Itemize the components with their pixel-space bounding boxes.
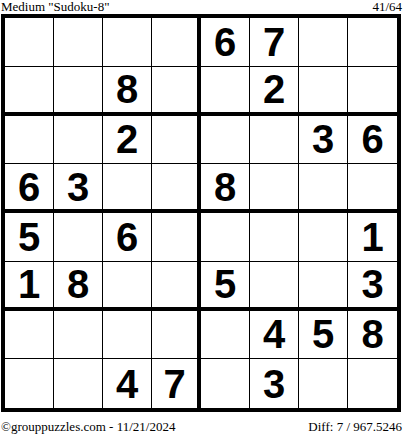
cell-r1c6[interactable]: 7	[250, 18, 299, 67]
remaining-counter: 41/64	[372, 0, 402, 14]
cell-r4c6[interactable]	[250, 164, 299, 213]
cell-r3c7[interactable]: 3	[299, 116, 348, 165]
cell-r5c7[interactable]	[299, 213, 348, 262]
cell-r7c1[interactable]	[5, 311, 54, 360]
cell-r2c8[interactable]	[348, 67, 397, 116]
cell-r8c3[interactable]: 4	[103, 359, 152, 408]
cell-r3c3[interactable]: 2	[103, 116, 152, 165]
cell-r5c6[interactable]	[250, 213, 299, 262]
cell-r8c8[interactable]	[348, 359, 397, 408]
cell-r4c4[interactable]	[152, 164, 201, 213]
cell-r2c5[interactable]	[201, 67, 250, 116]
footer: ©grouppuzzles.com - 11/21/2024 Diff: 7 /…	[1, 419, 402, 435]
sudoku-board: 67822366385611853458473	[1, 14, 401, 412]
cell-r8c6[interactable]: 3	[250, 359, 299, 408]
cell-r2c7[interactable]	[299, 67, 348, 116]
cell-r4c7[interactable]	[299, 164, 348, 213]
cell-r5c1[interactable]: 5	[5, 213, 54, 262]
sudoku-page: Medium "Sudoku-8" 41/64 6782236638561185…	[0, 0, 403, 437]
cell-r8c7[interactable]	[299, 359, 348, 408]
cell-r6c1[interactable]: 1	[5, 262, 54, 311]
cell-r4c5[interactable]: 8	[201, 164, 250, 213]
cell-r5c8[interactable]: 1	[348, 213, 397, 262]
cell-r3c1[interactable]	[5, 116, 54, 165]
cell-r3c2[interactable]	[54, 116, 103, 165]
cell-r7c5[interactable]	[201, 311, 250, 360]
cell-r7c4[interactable]	[152, 311, 201, 360]
cell-r1c4[interactable]	[152, 18, 201, 67]
cell-r8c4[interactable]: 7	[152, 359, 201, 408]
puzzle-title: Medium "Sudoku-8"	[1, 0, 109, 14]
cell-r6c4[interactable]	[152, 262, 201, 311]
cell-r5c3[interactable]: 6	[103, 213, 152, 262]
cell-r6c7[interactable]	[299, 262, 348, 311]
cell-r1c1[interactable]	[5, 18, 54, 67]
cell-r6c3[interactable]	[103, 262, 152, 311]
cell-r5c4[interactable]	[152, 213, 201, 262]
cell-r6c2[interactable]: 8	[54, 262, 103, 311]
difficulty-label: Diff: 7 / 967.5246	[308, 419, 402, 434]
cell-r7c7[interactable]: 5	[299, 311, 348, 360]
cell-r1c2[interactable]	[54, 18, 103, 67]
cell-r8c1[interactable]	[5, 359, 54, 408]
cell-r7c6[interactable]: 4	[250, 311, 299, 360]
header: Medium "Sudoku-8" 41/64	[1, 0, 402, 14]
cell-r1c5[interactable]: 6	[201, 18, 250, 67]
cell-r2c6[interactable]: 2	[250, 67, 299, 116]
cell-r6c5[interactable]: 5	[201, 262, 250, 311]
cell-r8c5[interactable]	[201, 359, 250, 408]
cell-r2c2[interactable]	[54, 67, 103, 116]
cell-r4c3[interactable]	[103, 164, 152, 213]
copyright-credit: ©grouppuzzles.com - 11/21/2024	[1, 419, 175, 434]
cell-r4c1[interactable]: 6	[5, 164, 54, 213]
cell-r2c3[interactable]: 8	[103, 67, 152, 116]
cell-r5c5[interactable]	[201, 213, 250, 262]
cell-r2c1[interactable]	[5, 67, 54, 116]
cell-r3c4[interactable]	[152, 116, 201, 165]
cell-r6c6[interactable]	[250, 262, 299, 311]
cell-r3c5[interactable]	[201, 116, 250, 165]
cell-r3c6[interactable]	[250, 116, 299, 165]
cell-r1c7[interactable]	[299, 18, 348, 67]
cell-r1c8[interactable]	[348, 18, 397, 67]
cell-r5c2[interactable]	[54, 213, 103, 262]
cell-r7c3[interactable]	[103, 311, 152, 360]
cell-r1c3[interactable]	[103, 18, 152, 67]
cell-r7c2[interactable]	[54, 311, 103, 360]
cell-r3c8[interactable]: 6	[348, 116, 397, 165]
cell-r4c2[interactable]: 3	[54, 164, 103, 213]
cell-r7c8[interactable]: 8	[348, 311, 397, 360]
cell-r8c2[interactable]	[54, 359, 103, 408]
cell-r2c4[interactable]	[152, 67, 201, 116]
cell-r4c8[interactable]	[348, 164, 397, 213]
cell-r6c8[interactable]: 3	[348, 262, 397, 311]
